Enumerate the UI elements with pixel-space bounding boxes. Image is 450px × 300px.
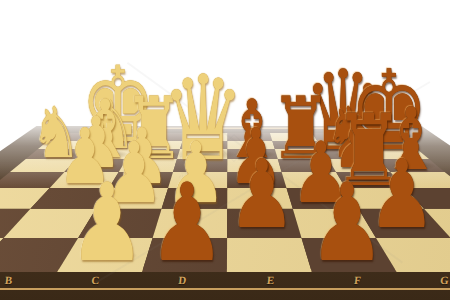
piece-black-pawn: ♟ — [228, 148, 296, 243]
chess-photo-scene: BCDEFG ♚♞♛♚♝♞♜♛♝♜♞♟♝♟♟♟♜♟♟♟♟♟♟♟♟♟ 图虫创意 — [0, 0, 450, 300]
piece-white-pawn: ♟ — [69, 169, 146, 277]
piece-black-pawn: ♟ — [308, 169, 385, 277]
piece-black-pawn: ♟ — [149, 169, 226, 277]
